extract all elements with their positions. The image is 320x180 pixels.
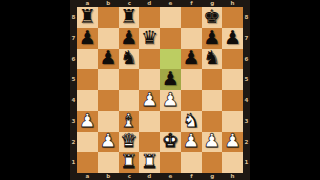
rank-label-1: 1 [71,156,75,169]
square-c4[interactable] [119,90,140,111]
file-label-e: e [164,1,177,5]
file-label-h: h [226,174,239,178]
square-e7[interactable] [160,28,181,49]
square-h7[interactable]: ♟ [222,28,243,49]
rank-label-1: 1 [244,156,248,169]
video-frame: abcdefgh abcdefgh 87654321 87654321 ♜♜♚♟… [0,0,320,180]
black-pawn[interactable]: ♟ [162,69,179,88]
white-bishop[interactable]: ♝ [120,111,137,130]
square-g2[interactable]: ♟ [202,132,223,153]
square-g7[interactable]: ♟ [202,28,223,49]
rank-label-2: 2 [244,135,248,148]
rank-label-8: 8 [244,11,248,24]
rank-label-6: 6 [71,52,75,65]
square-c7[interactable]: ♟ [119,28,140,49]
letterbox-left [0,0,70,180]
square-b1[interactable] [98,152,119,173]
rank-label-3: 3 [244,115,248,128]
white-king[interactable]: ♚ [162,132,179,151]
square-a5[interactable] [77,69,98,90]
file-label-g: g [205,1,218,5]
file-label-f: f [185,1,198,5]
square-d3[interactable] [139,111,160,132]
square-a1[interactable] [77,152,98,173]
square-e2[interactable]: ♚ [160,132,181,153]
black-rook[interactable]: ♜ [79,7,96,26]
square-g3[interactable] [202,111,223,132]
square-d4[interactable]: ♟ [139,90,160,111]
square-f4[interactable] [181,90,202,111]
square-a3[interactable]: ♟ [77,111,98,132]
file-label-d: d [143,174,156,178]
square-h2[interactable]: ♟ [222,132,243,153]
file-label-c: c [122,1,135,5]
rank-labels-left: 87654321 [70,7,77,173]
white-pawn[interactable]: ♟ [141,90,158,109]
square-h4[interactable] [222,90,243,111]
black-pawn[interactable]: ♟ [120,28,137,47]
square-d6[interactable] [139,49,160,70]
square-d1[interactable]: ♜ [139,152,160,173]
white-pawn[interactable]: ♟ [203,132,220,151]
square-f3[interactable]: ♞ [181,111,202,132]
square-b4[interactable] [98,90,119,111]
square-a6[interactable] [77,49,98,70]
white-queen[interactable]: ♛ [120,132,137,151]
rank-label-3: 3 [71,115,75,128]
letterbox-right [250,0,320,180]
black-pawn[interactable]: ♟ [183,49,200,68]
square-h8[interactable] [222,7,243,28]
black-rook[interactable]: ♜ [120,7,137,26]
square-c2[interactable]: ♛ [119,132,140,153]
square-b8[interactable] [98,7,119,28]
square-c8[interactable]: ♜ [119,7,140,28]
square-c3[interactable]: ♝ [119,111,140,132]
file-label-a: a [81,174,94,178]
square-d5[interactable] [139,69,160,90]
square-g1[interactable] [202,152,223,173]
file-label-b: b [102,1,115,5]
file-labels-top: abcdefgh [77,0,243,7]
square-h1[interactable] [222,152,243,173]
square-e8[interactable] [160,7,181,28]
white-rook[interactable]: ♜ [141,152,158,171]
black-knight[interactable]: ♞ [203,49,220,68]
white-rook[interactable]: ♜ [120,152,137,171]
rank-label-2: 2 [71,135,75,148]
board-grid: ♜♜♚♟♟♛♟♟♟♞♟♞♟♟♟♟♝♞♟♛♚♟♟♟♜♜ [77,7,243,173]
square-c1[interactable]: ♜ [119,152,140,173]
white-knight[interactable]: ♞ [183,111,200,130]
square-d8[interactable] [139,7,160,28]
square-a7[interactable]: ♟ [77,28,98,49]
square-g5[interactable] [202,69,223,90]
square-h3[interactable] [222,111,243,132]
square-e3[interactable] [160,111,181,132]
square-e6[interactable] [160,49,181,70]
square-e4[interactable]: ♟ [160,90,181,111]
square-f1[interactable] [181,152,202,173]
square-b2[interactable]: ♟ [98,132,119,153]
rank-label-4: 4 [244,94,248,107]
square-f6[interactable]: ♟ [181,49,202,70]
rank-label-5: 5 [244,73,248,86]
square-a4[interactable] [77,90,98,111]
rank-label-7: 7 [71,32,75,45]
file-label-e: e [164,174,177,178]
square-f2[interactable]: ♟ [181,132,202,153]
rank-labels-right: 87654321 [243,7,250,173]
white-pawn[interactable]: ♟ [162,90,179,109]
file-label-f: f [185,174,198,178]
square-e5[interactable]: ♟ [160,69,181,90]
square-b5[interactable] [98,69,119,90]
file-label-c: c [122,174,135,178]
square-a8[interactable]: ♜ [77,7,98,28]
square-e1[interactable] [160,152,181,173]
rank-label-4: 4 [71,94,75,107]
file-label-a: a [81,1,94,5]
square-g6[interactable]: ♞ [202,49,223,70]
rank-label-8: 8 [71,11,75,24]
black-pawn[interactable]: ♟ [203,28,220,47]
black-pawn[interactable]: ♟ [224,28,241,47]
black-knight[interactable]: ♞ [120,49,137,68]
white-pawn[interactable]: ♟ [100,132,117,151]
white-pawn[interactable]: ♟ [79,111,96,130]
square-c6[interactable]: ♞ [119,49,140,70]
rank-label-6: 6 [244,52,248,65]
square-f5[interactable] [181,69,202,90]
square-a2[interactable] [77,132,98,153]
file-label-h: h [226,1,239,5]
square-f8[interactable] [181,7,202,28]
square-b3[interactable] [98,111,119,132]
square-g8[interactable]: ♚ [202,7,223,28]
square-b6[interactable]: ♟ [98,49,119,70]
black-pawn[interactable]: ♟ [100,49,117,68]
square-g4[interactable] [202,90,223,111]
chess-board: abcdefgh abcdefgh 87654321 87654321 ♜♜♚♟… [70,0,250,180]
square-h6[interactable] [222,49,243,70]
file-labels-bottom: abcdefgh [77,173,243,180]
black-queen[interactable]: ♛ [141,28,158,47]
file-label-d: d [143,1,156,5]
rank-label-7: 7 [244,32,248,45]
square-d7[interactable]: ♛ [139,28,160,49]
black-pawn[interactable]: ♟ [79,28,96,47]
file-label-g: g [205,174,218,178]
square-c5[interactable] [119,69,140,90]
square-h5[interactable] [222,69,243,90]
square-f7[interactable] [181,28,202,49]
file-label-b: b [102,174,115,178]
white-pawn[interactable]: ♟ [183,132,200,151]
square-d2[interactable] [139,132,160,153]
black-king[interactable]: ♚ [203,7,220,26]
rank-label-5: 5 [71,73,75,86]
white-pawn[interactable]: ♟ [224,132,241,151]
square-b7[interactable] [98,28,119,49]
